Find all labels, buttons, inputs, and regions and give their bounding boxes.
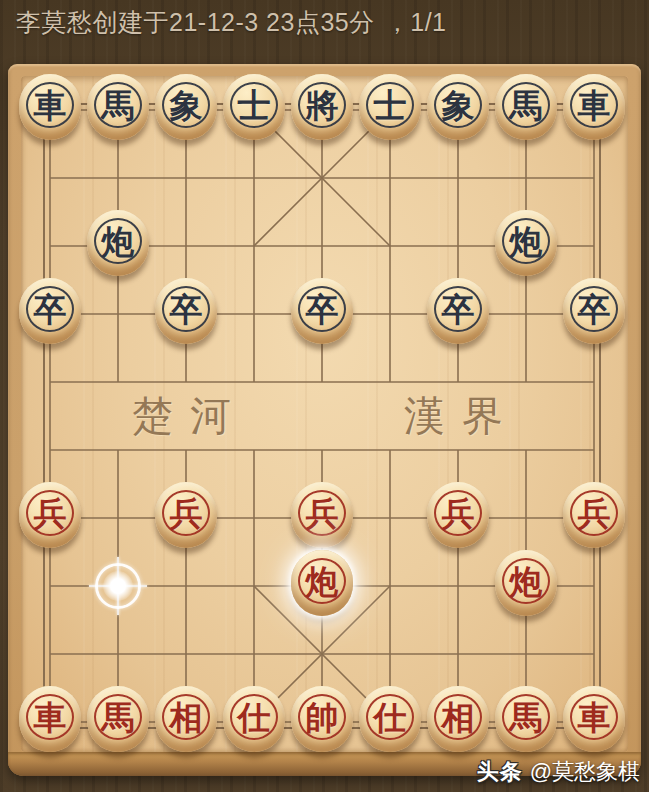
piece-red-cannon[interactable]: 炮 <box>495 550 557 616</box>
piece-glyph: 相 <box>442 701 475 734</box>
piece-glyph: 車 <box>578 89 611 122</box>
piece-red-horse[interactable]: 馬 <box>87 686 149 752</box>
piece-glyph: 士 <box>238 89 271 122</box>
piece-black-advisor[interactable]: 士 <box>359 74 421 140</box>
piece-glyph: 兵 <box>170 497 203 530</box>
piece-black-soldier[interactable]: 卒 <box>291 278 353 344</box>
watermark: 头条 @莫愁象棋 <box>477 757 640 787</box>
page-indicator: ，1/1 <box>385 6 447 39</box>
piece-glyph: 兵 <box>34 497 67 530</box>
piece-glyph: 車 <box>34 89 67 122</box>
piece-glyph: 馬 <box>102 701 135 734</box>
piece-red-chariot[interactable]: 車 <box>19 686 81 752</box>
page-title: 李莫愁创建于21-12-3 23点35分 <box>16 6 375 39</box>
watermark-handle: @莫愁象棋 <box>530 757 640 787</box>
piece-glyph: 炮 <box>510 565 543 598</box>
piece-glyph: 炮 <box>102 225 135 258</box>
piece-glyph: 兵 <box>306 497 339 530</box>
piece-glyph: 馬 <box>102 89 135 122</box>
piece-glyph: 馬 <box>510 701 543 734</box>
board-field <box>21 76 628 752</box>
piece-glyph: 馬 <box>510 89 543 122</box>
piece-glyph: 將 <box>306 89 339 122</box>
piece-black-chariot[interactable]: 車 <box>563 74 625 140</box>
piece-red-advisor[interactable]: 仕 <box>359 686 421 752</box>
piece-glyph: 炮 <box>510 225 543 258</box>
piece-black-chariot[interactable]: 車 <box>19 74 81 140</box>
river-label-right: 漢界 <box>404 389 520 444</box>
marker-glow <box>103 571 133 601</box>
piece-glyph: 炮 <box>306 565 339 598</box>
piece-red-soldier[interactable]: 兵 <box>563 482 625 548</box>
piece-red-soldier[interactable]: 兵 <box>155 482 217 548</box>
piece-black-soldier[interactable]: 卒 <box>19 278 81 344</box>
piece-glyph: 卒 <box>34 293 67 326</box>
piece-black-cannon[interactable]: 炮 <box>495 210 557 276</box>
piece-glyph: 仕 <box>238 701 271 734</box>
piece-black-soldier[interactable]: 卒 <box>427 278 489 344</box>
piece-black-soldier[interactable]: 卒 <box>563 278 625 344</box>
piece-glyph: 卒 <box>578 293 611 326</box>
piece-glyph: 卒 <box>306 293 339 326</box>
piece-glyph: 象 <box>442 89 475 122</box>
piece-glyph: 帥 <box>306 701 339 734</box>
piece-red-general[interactable]: 帥 <box>291 686 353 752</box>
header-bar: 李莫愁创建于21-12-3 23点35分 ，1/1 <box>16 6 447 39</box>
piece-red-horse[interactable]: 馬 <box>495 686 557 752</box>
piece-glyph: 士 <box>374 89 407 122</box>
piece-red-elephant[interactable]: 相 <box>427 686 489 752</box>
piece-glyph: 卒 <box>442 293 475 326</box>
piece-glyph: 兵 <box>442 497 475 530</box>
piece-glyph: 兵 <box>578 497 611 530</box>
piece-red-chariot[interactable]: 車 <box>563 686 625 752</box>
piece-black-cannon[interactable]: 炮 <box>87 210 149 276</box>
toutiao-logo: 头条 <box>477 757 523 787</box>
piece-black-general[interactable]: 將 <box>291 74 353 140</box>
piece-glyph: 車 <box>578 701 611 734</box>
xiangqi-board <box>8 64 641 776</box>
piece-glyph: 卒 <box>170 293 203 326</box>
piece-black-horse[interactable]: 馬 <box>87 74 149 140</box>
piece-black-elephant[interactable]: 象 <box>155 74 217 140</box>
piece-glyph: 仕 <box>374 701 407 734</box>
piece-glyph: 象 <box>170 89 203 122</box>
piece-red-elephant[interactable]: 相 <box>155 686 217 752</box>
piece-black-soldier[interactable]: 卒 <box>155 278 217 344</box>
piece-red-soldier[interactable]: 兵 <box>291 482 353 548</box>
piece-red-cannon[interactable]: 炮 <box>291 550 353 616</box>
piece-black-advisor[interactable]: 士 <box>223 74 285 140</box>
piece-black-horse[interactable]: 馬 <box>495 74 557 140</box>
piece-red-soldier[interactable]: 兵 <box>19 482 81 548</box>
river-label-left: 楚河 <box>132 389 248 444</box>
piece-red-advisor[interactable]: 仕 <box>223 686 285 752</box>
move-origin-marker <box>95 563 141 609</box>
piece-glyph: 車 <box>34 701 67 734</box>
piece-glyph: 相 <box>170 701 203 734</box>
piece-black-elephant[interactable]: 象 <box>427 74 489 140</box>
piece-red-soldier[interactable]: 兵 <box>427 482 489 548</box>
